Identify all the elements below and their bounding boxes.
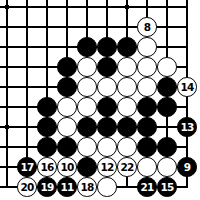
black-stone: [57, 137, 77, 157]
black-stone: [77, 37, 97, 57]
white-stone: [57, 97, 77, 117]
white-stone: 18: [77, 177, 97, 197]
black-stone: [97, 97, 117, 117]
black-stone: [117, 37, 137, 57]
white-stone: [137, 37, 157, 57]
move-number-label: 12: [100, 162, 113, 173]
white-stone: [137, 57, 157, 77]
black-stone: [77, 157, 97, 177]
white-stone: [77, 97, 97, 117]
move-number-label: 18: [80, 182, 93, 193]
black-stone: [97, 37, 117, 57]
black-stone: [137, 137, 157, 157]
move-number-label: 9: [184, 162, 191, 173]
white-stone: [97, 137, 117, 157]
black-stone: [77, 117, 97, 137]
move-number-label: 20: [20, 182, 33, 193]
white-stone: 14: [177, 77, 197, 97]
black-stone: [37, 97, 57, 117]
white-stone: 16: [37, 157, 57, 177]
black-stone: [157, 77, 177, 97]
black-stone: [97, 57, 117, 77]
white-stone: [117, 137, 137, 157]
move-number-label: 15: [160, 182, 173, 193]
move-number-label: 16: [40, 162, 53, 173]
move-number-label: 11: [60, 182, 73, 193]
white-stone: [117, 77, 137, 97]
black-stone: [137, 97, 157, 117]
go-board[interactable]: 8141317161012229201911182115: [0, 0, 200, 200]
grid-line-horizontal: [0, 6, 188, 8]
white-stone: 20: [17, 177, 37, 197]
move-number-label: 22: [120, 162, 133, 173]
white-stone: [157, 157, 177, 177]
white-stone: [57, 117, 77, 137]
black-stone: 17: [17, 157, 37, 177]
white-stone: 22: [117, 157, 137, 177]
black-stone: [157, 97, 177, 117]
black-stone: 15: [157, 177, 177, 197]
white-stone: [97, 77, 117, 97]
grid-line-vertical: [6, 0, 8, 188]
white-stone: [77, 137, 97, 157]
hoshi-point: [125, 5, 129, 9]
move-number-label: 8: [144, 22, 151, 33]
white-stone: [117, 57, 137, 77]
black-stone: [157, 137, 177, 157]
white-stone: [157, 57, 177, 77]
black-stone: [57, 77, 77, 97]
white-stone: [77, 57, 97, 77]
black-stone: 13: [177, 117, 197, 137]
black-stone: [37, 117, 57, 137]
black-stone: 21: [137, 177, 157, 197]
white-stone: [117, 97, 137, 117]
black-stone: 11: [57, 177, 77, 197]
move-number-label: 21: [140, 182, 153, 193]
move-number-label: 14: [180, 82, 193, 93]
black-stone: [97, 117, 117, 137]
white-stone: [77, 77, 97, 97]
move-number-label: 13: [180, 122, 193, 133]
white-stone: 8: [137, 17, 157, 37]
hoshi-point: [5, 5, 9, 9]
hoshi-point: [5, 125, 9, 129]
black-stone: [37, 137, 57, 157]
white-stone: [137, 77, 157, 97]
black-stone: [137, 117, 157, 137]
black-stone: 19: [37, 177, 57, 197]
black-stone: 9: [177, 157, 197, 177]
move-number-label: 17: [20, 162, 33, 173]
white-stone: [137, 157, 157, 177]
black-stone: [57, 57, 77, 77]
move-number-label: 19: [40, 182, 53, 193]
white-stone: [97, 177, 117, 197]
white-stone: 10: [57, 157, 77, 177]
white-stone: 12: [97, 157, 117, 177]
move-number-label: 10: [60, 162, 73, 173]
grid-line-horizontal: [0, 26, 188, 28]
black-stone: [117, 117, 137, 137]
